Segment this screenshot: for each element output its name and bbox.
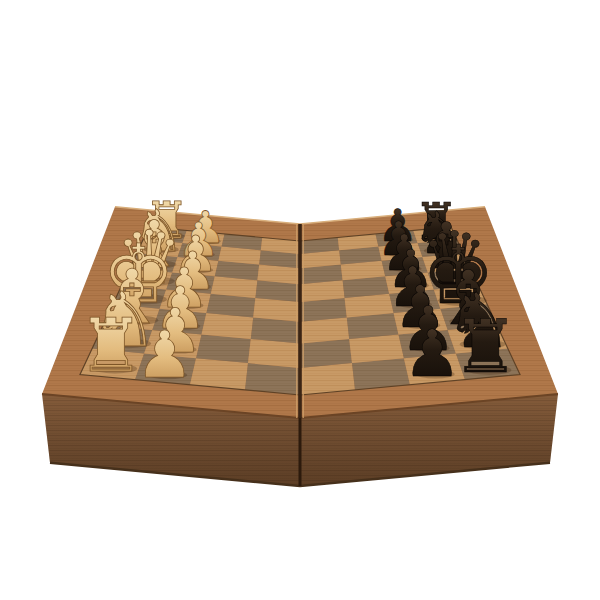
photo-canvas: ♜♟♟♜♞♟♟♞♝♟♟♝♛♟♟♛♚♟♟♚♝♟♟♝♞♟♟♞♜♟♟♜ — [0, 0, 600, 600]
piece-black-rook-h8[interactable]: ♜ — [452, 303, 518, 389]
chess-set-photo: ♜♟♟♜♞♟♟♞♝♟♟♝♛♟♟♛♚♟♟♚♝♟♟♝♞♟♟♞♜♟♟♜ — [0, 0, 600, 600]
square-g5[interactable] — [300, 339, 352, 368]
square-f5[interactable] — [300, 317, 349, 343]
piece-white-rook-h1[interactable]: ♜ — [78, 302, 144, 388]
piece-white-pawn-h2[interactable]: ♟ — [136, 317, 194, 392]
square-g4[interactable] — [248, 339, 300, 368]
square-f4[interactable] — [251, 317, 300, 343]
square-f3[interactable] — [202, 313, 254, 339]
piece-black-pawn-h7[interactable]: ♟ — [403, 316, 461, 391]
